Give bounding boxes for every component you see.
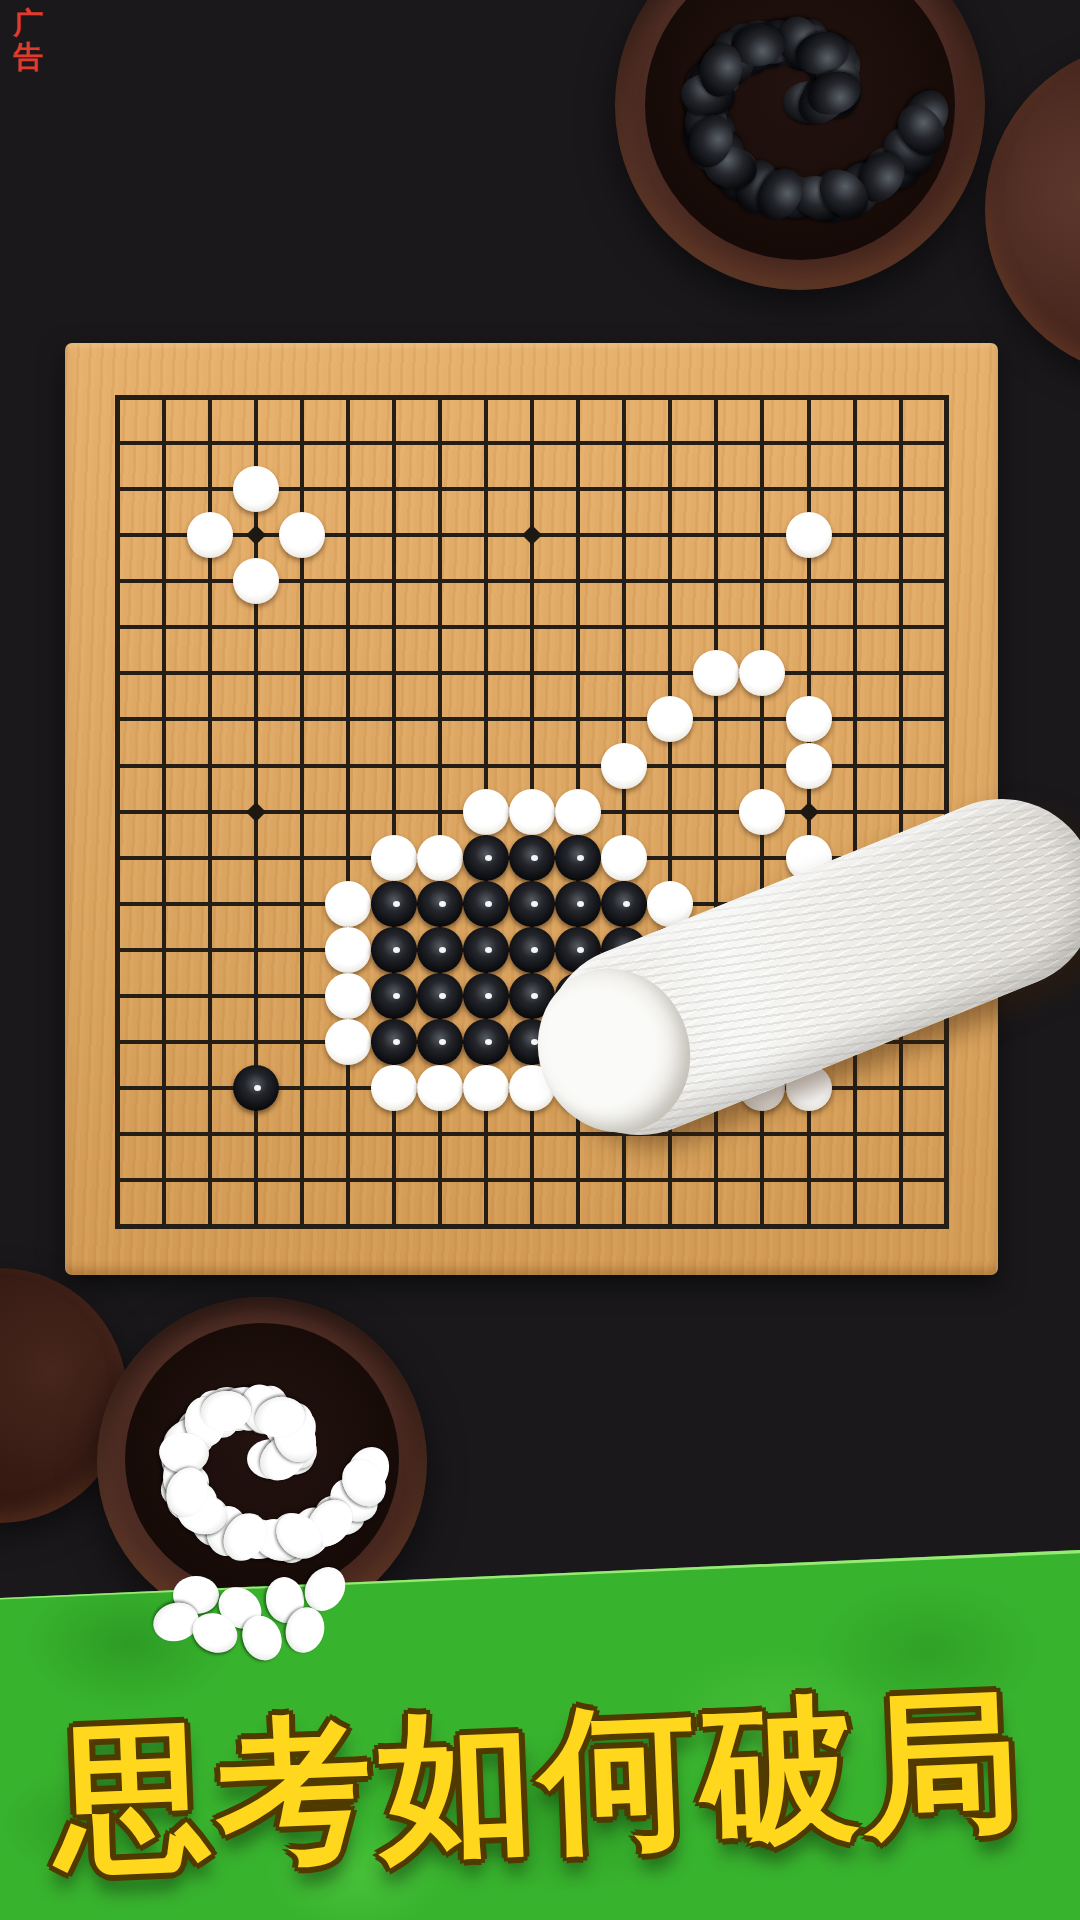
stone-white xyxy=(786,512,832,558)
caption-text: 思考如何破局 xyxy=(0,1656,1080,1909)
grid-line-horizontal xyxy=(115,1224,949,1229)
stone-white xyxy=(417,835,463,881)
stone-white xyxy=(463,789,509,835)
ad-badge[interactable]: 广告 xyxy=(10,6,46,74)
stone-white xyxy=(786,696,832,742)
stone-black xyxy=(371,1019,417,1065)
stone-white xyxy=(601,743,647,789)
stone-black xyxy=(463,927,509,973)
stone-black xyxy=(509,881,555,927)
star-point xyxy=(246,525,266,545)
stone-black xyxy=(555,881,601,927)
grid-line-horizontal xyxy=(115,1178,949,1182)
stone-white xyxy=(279,512,325,558)
stone-white xyxy=(509,789,555,835)
stone-white xyxy=(371,835,417,881)
grid-line-vertical xyxy=(853,395,857,1229)
stone-white xyxy=(601,835,647,881)
stone-white xyxy=(555,789,601,835)
stone-white xyxy=(325,881,371,927)
stone-black xyxy=(417,1019,463,1065)
white-stone-bowl xyxy=(97,1297,427,1627)
stone-white xyxy=(739,789,785,835)
star-point xyxy=(522,525,542,545)
stone-white xyxy=(233,466,279,512)
stone-black xyxy=(463,973,509,1019)
stone-black xyxy=(555,835,601,881)
stone-white xyxy=(325,973,371,1019)
star-point xyxy=(799,802,819,822)
stone-white xyxy=(371,1065,417,1111)
stone-white xyxy=(325,1019,371,1065)
stone-white xyxy=(693,650,739,696)
stone-black xyxy=(371,973,417,1019)
stone-black xyxy=(509,835,555,881)
star-point xyxy=(246,802,266,822)
stone-black xyxy=(509,927,555,973)
stone-black xyxy=(463,1019,509,1065)
stone-white xyxy=(187,512,233,558)
stone-white xyxy=(739,650,785,696)
stone-white xyxy=(417,1065,463,1111)
grid-line-horizontal xyxy=(115,1132,949,1136)
stone-black xyxy=(417,881,463,927)
bowl-lid-top-right xyxy=(985,42,1080,377)
go-board[interactable] xyxy=(65,343,998,1275)
stone-black xyxy=(417,927,463,973)
stone-black xyxy=(463,835,509,881)
grid-line-vertical xyxy=(899,395,903,1229)
black-stone-pile xyxy=(645,0,955,260)
stone-white xyxy=(786,743,832,789)
stone-black xyxy=(371,881,417,927)
stone-black xyxy=(233,1065,279,1111)
stone-white xyxy=(647,696,693,742)
stone-black xyxy=(371,927,417,973)
stone-white xyxy=(463,1065,509,1111)
stone-white xyxy=(325,927,371,973)
stone-white xyxy=(233,558,279,604)
black-stone-bowl xyxy=(615,0,985,290)
stone-black xyxy=(463,881,509,927)
white-stone-pile xyxy=(125,1323,399,1595)
stone-black xyxy=(417,973,463,1019)
stone-black xyxy=(601,881,647,927)
